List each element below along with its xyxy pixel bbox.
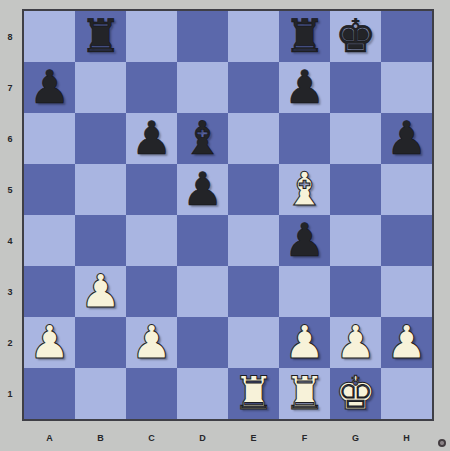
- chess-board: ♜♜♚♟♟♟♝♟♟♝♟♟♟♟♟♟♟♜♜♚: [22, 9, 434, 421]
- rank-label-7: 7: [0, 62, 20, 113]
- piece-white-pawn-a2[interactable]: ♟: [24, 316, 75, 367]
- piece-black-pawn-a7[interactable]: ♟: [24, 61, 75, 112]
- rank-label-4: 4: [0, 215, 20, 266]
- piece-white-bishop-f5[interactable]: ♝: [279, 163, 330, 214]
- piece-white-rook-e1[interactable]: ♜: [228, 367, 279, 418]
- square-b1[interactable]: [75, 368, 126, 419]
- square-c3[interactable]: [126, 266, 177, 317]
- square-h5[interactable]: [381, 164, 432, 215]
- piece-black-king-g8[interactable]: ♚: [330, 10, 381, 61]
- square-e2[interactable]: [228, 317, 279, 368]
- square-g6[interactable]: [330, 113, 381, 164]
- square-f1[interactable]: ♜: [279, 368, 330, 419]
- square-b4[interactable]: [75, 215, 126, 266]
- square-b8[interactable]: ♜: [75, 11, 126, 62]
- piece-white-rook-f1[interactable]: ♜: [279, 367, 330, 418]
- piece-black-pawn-c6[interactable]: ♟: [126, 112, 177, 163]
- square-g1[interactable]: ♚: [330, 368, 381, 419]
- square-f6[interactable]: [279, 113, 330, 164]
- square-e1[interactable]: ♜: [228, 368, 279, 419]
- square-d1[interactable]: [177, 368, 228, 419]
- piece-black-rook-f8[interactable]: ♜: [279, 10, 330, 61]
- square-h7[interactable]: [381, 62, 432, 113]
- square-d7[interactable]: [177, 62, 228, 113]
- piece-black-pawn-f7[interactable]: ♟: [279, 61, 330, 112]
- board-grid: ♜♜♚♟♟♟♝♟♟♝♟♟♟♟♟♟♟♜♜♚: [24, 11, 432, 419]
- square-f3[interactable]: [279, 266, 330, 317]
- piece-white-pawn-f2[interactable]: ♟: [279, 316, 330, 367]
- square-b3[interactable]: ♟: [75, 266, 126, 317]
- square-f5[interactable]: ♝: [279, 164, 330, 215]
- square-e4[interactable]: [228, 215, 279, 266]
- piece-black-pawn-f4[interactable]: ♟: [279, 214, 330, 265]
- rank-label-2: 2: [0, 317, 20, 368]
- square-g4[interactable]: [330, 215, 381, 266]
- square-d3[interactable]: [177, 266, 228, 317]
- piece-white-pawn-h2[interactable]: ♟: [381, 316, 432, 367]
- rank-label-5: 5: [0, 164, 20, 215]
- rank-label-1: 1: [0, 368, 20, 419]
- piece-white-pawn-g2[interactable]: ♟: [330, 316, 381, 367]
- square-b2[interactable]: [75, 317, 126, 368]
- square-h4[interactable]: [381, 215, 432, 266]
- square-c2[interactable]: ♟: [126, 317, 177, 368]
- square-f4[interactable]: ♟: [279, 215, 330, 266]
- file-label-c: C: [126, 430, 177, 446]
- file-label-f: F: [279, 430, 330, 446]
- square-e8[interactable]: [228, 11, 279, 62]
- square-a8[interactable]: [24, 11, 75, 62]
- square-a4[interactable]: [24, 215, 75, 266]
- square-g5[interactable]: [330, 164, 381, 215]
- piece-black-pawn-h6[interactable]: ♟: [381, 112, 432, 163]
- square-g3[interactable]: [330, 266, 381, 317]
- square-d8[interactable]: [177, 11, 228, 62]
- square-g8[interactable]: ♚: [330, 11, 381, 62]
- square-c4[interactable]: [126, 215, 177, 266]
- square-b7[interactable]: [75, 62, 126, 113]
- square-d4[interactable]: [177, 215, 228, 266]
- file-label-h: H: [381, 430, 432, 446]
- square-c1[interactable]: [126, 368, 177, 419]
- square-h8[interactable]: [381, 11, 432, 62]
- square-e5[interactable]: [228, 164, 279, 215]
- file-label-e: E: [228, 430, 279, 446]
- piece-white-king-g1[interactable]: ♚: [330, 367, 381, 418]
- square-f8[interactable]: ♜: [279, 11, 330, 62]
- square-a6[interactable]: [24, 113, 75, 164]
- square-c7[interactable]: [126, 62, 177, 113]
- square-b5[interactable]: [75, 164, 126, 215]
- piece-black-pawn-d5[interactable]: ♟: [177, 163, 228, 214]
- square-a7[interactable]: ♟: [24, 62, 75, 113]
- piece-white-pawn-b3[interactable]: ♟: [75, 265, 126, 316]
- file-label-d: D: [177, 430, 228, 446]
- square-h6[interactable]: ♟: [381, 113, 432, 164]
- square-g7[interactable]: [330, 62, 381, 113]
- piece-black-bishop-d6[interactable]: ♝: [177, 112, 228, 163]
- square-f2[interactable]: ♟: [279, 317, 330, 368]
- square-c5[interactable]: [126, 164, 177, 215]
- square-c6[interactable]: ♟: [126, 113, 177, 164]
- rank-label-3: 3: [0, 266, 20, 317]
- square-e7[interactable]: [228, 62, 279, 113]
- square-d2[interactable]: [177, 317, 228, 368]
- square-a5[interactable]: [24, 164, 75, 215]
- file-label-a: A: [24, 430, 75, 446]
- rank-label-8: 8: [0, 11, 20, 62]
- square-e6[interactable]: [228, 113, 279, 164]
- square-c8[interactable]: [126, 11, 177, 62]
- square-g2[interactable]: ♟: [330, 317, 381, 368]
- file-label-g: G: [330, 430, 381, 446]
- square-a3[interactable]: [24, 266, 75, 317]
- square-d6[interactable]: ♝: [177, 113, 228, 164]
- square-b6[interactable]: [75, 113, 126, 164]
- piece-black-rook-b8[interactable]: ♜: [75, 10, 126, 61]
- square-h3[interactable]: [381, 266, 432, 317]
- file-label-b: B: [75, 430, 126, 446]
- square-e3[interactable]: [228, 266, 279, 317]
- rank-label-6: 6: [0, 113, 20, 164]
- square-a2[interactable]: ♟: [24, 317, 75, 368]
- square-f7[interactable]: ♟: [279, 62, 330, 113]
- square-a1[interactable]: [24, 368, 75, 419]
- square-d5[interactable]: ♟: [177, 164, 228, 215]
- square-h1[interactable]: [381, 368, 432, 419]
- square-h2[interactable]: ♟: [381, 317, 432, 368]
- piece-white-pawn-c2[interactable]: ♟: [126, 316, 177, 367]
- corner-dot-icon: [438, 439, 446, 447]
